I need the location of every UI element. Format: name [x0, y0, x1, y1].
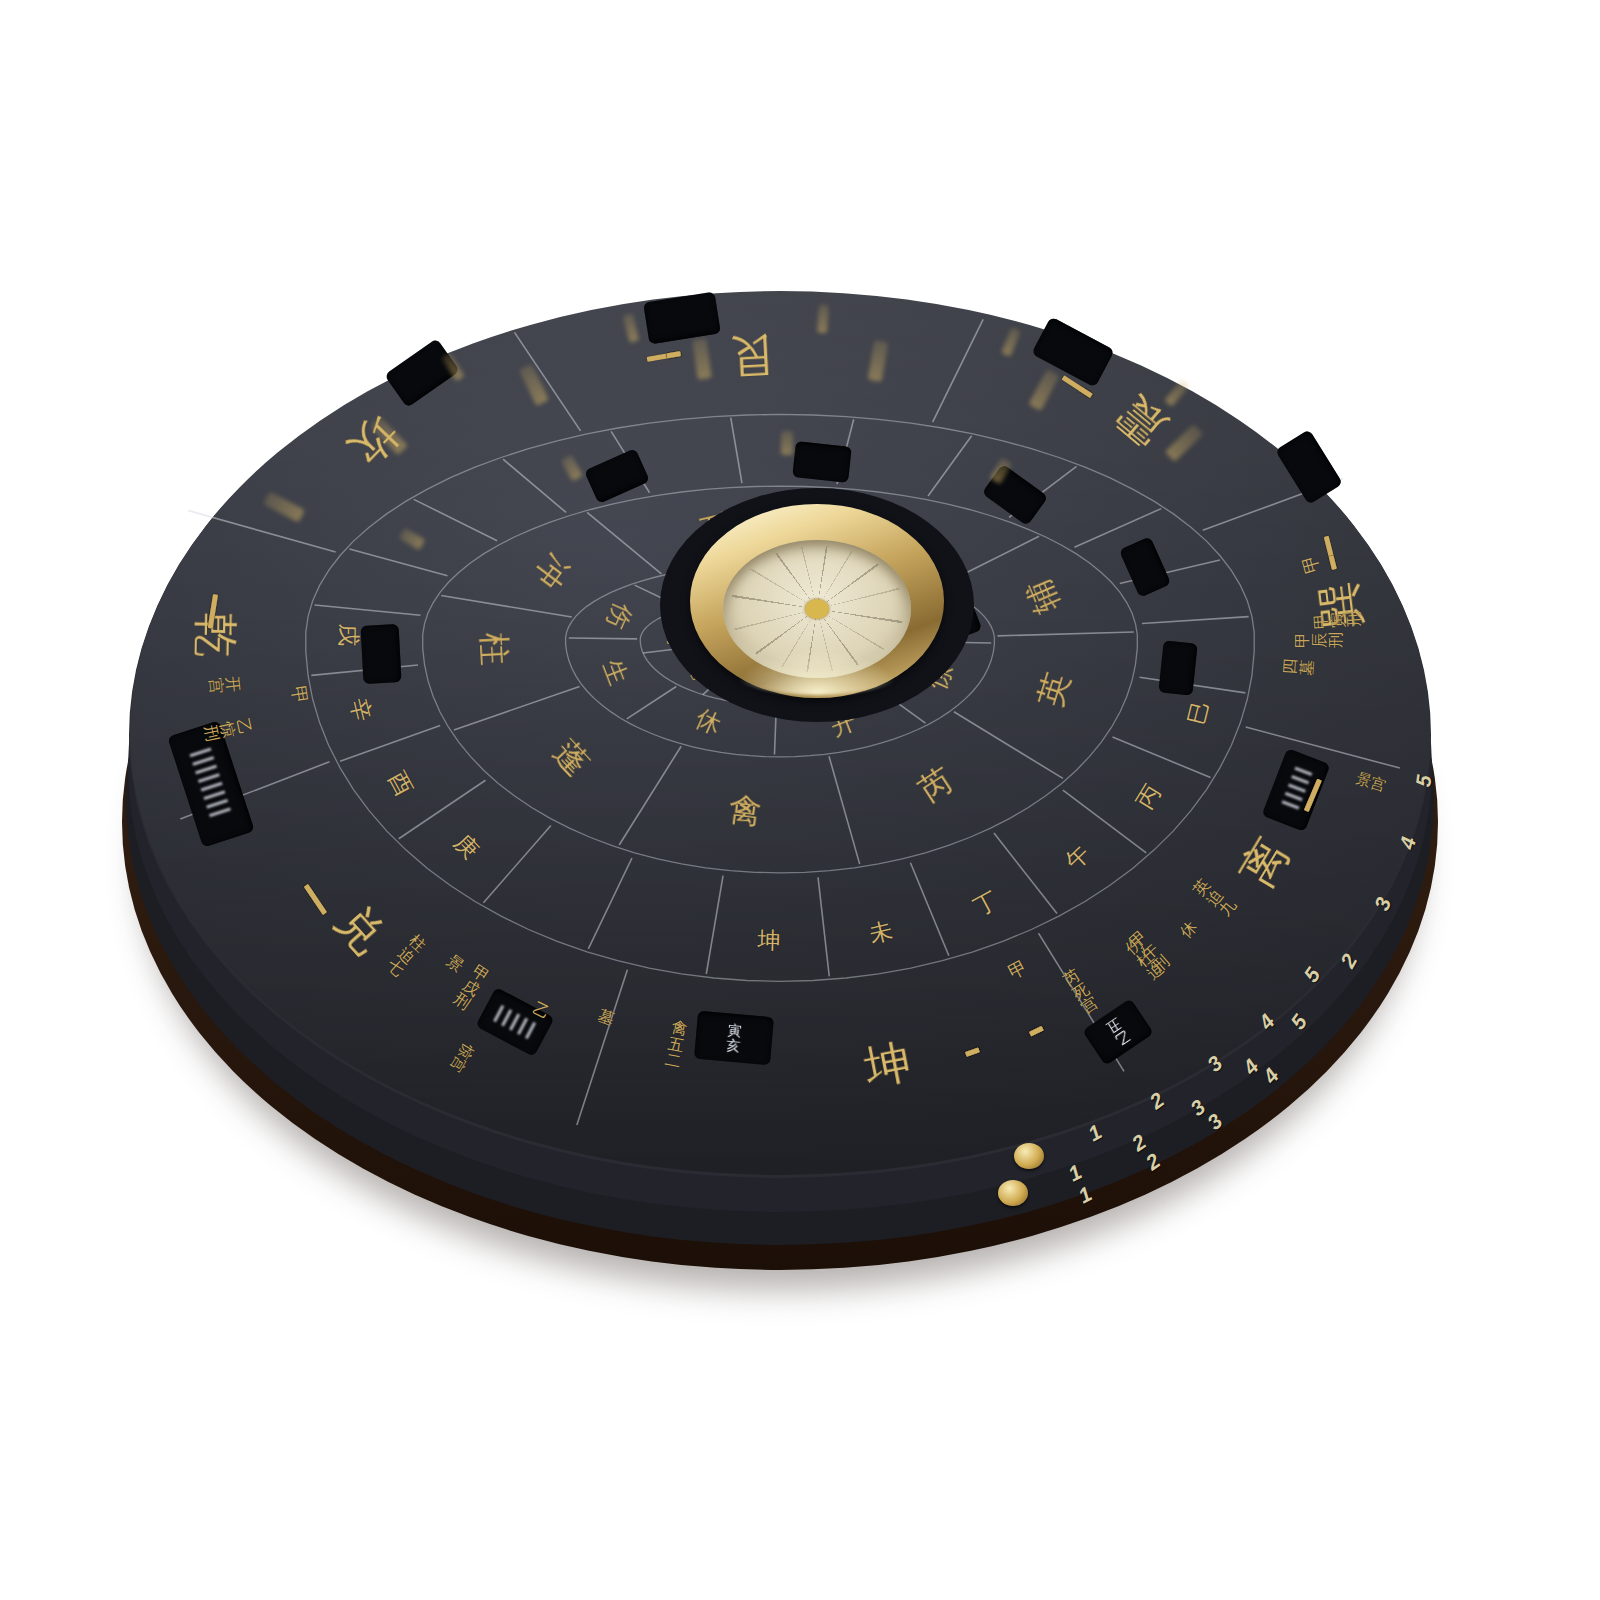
compass-center-jewel: [805, 599, 829, 619]
window-text: 乙 丑: [1104, 1016, 1132, 1048]
disc-window: [360, 624, 401, 684]
illegible-engraving: [817, 305, 829, 334]
brass-index-pin: [1014, 1143, 1044, 1169]
ring-text: 柱: [476, 632, 512, 667]
ring-text: 艮: [726, 329, 774, 379]
disc-window: 寅 亥: [694, 1011, 774, 1065]
ring-text: 坤: [861, 1037, 915, 1093]
disc-window: [792, 441, 851, 483]
disc-window: [1158, 641, 1197, 696]
brass-index-pin: [998, 1180, 1028, 1206]
window-text: 寅 亥: [725, 1023, 742, 1053]
ring-text: 戌: [336, 623, 361, 647]
bezel-highlight: [732, 649, 902, 695]
window-illegible-marks: [493, 1005, 536, 1039]
ring-text: 坤: [757, 929, 781, 954]
ring-text: 开 宫: [207, 675, 242, 694]
window-illegible-marks: [190, 748, 232, 821]
ring-text: 禽: [727, 792, 764, 830]
ring-text: 四 墓: [1282, 658, 1316, 676]
ring-text: 甲: [288, 685, 309, 706]
ring-text: 乾: [190, 612, 239, 659]
luopan-product-photo: 寅 亥乙 丑坤离巽震艮坎乾兑芮 死 宫伤 杜 迫禽 五 二墓乙甲 戌 刑甲 午 …: [0, 0, 1600, 1600]
illegible-engraving: [781, 431, 793, 455]
ring-text: 甲 辰 刑: [1295, 632, 1345, 648]
